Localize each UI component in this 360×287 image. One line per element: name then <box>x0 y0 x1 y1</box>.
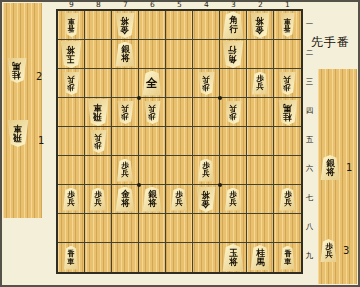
file-label-5: 5 <box>166 0 193 9</box>
square-11[interactable]: 香車 <box>274 11 301 40</box>
piece-kanji: 兵 <box>202 75 210 83</box>
gote-hand-item: 桂馬2 <box>7 58 44 83</box>
piece-sente-歩兵[interactable]: 歩兵 <box>90 188 107 211</box>
piece-kanji: 兵 <box>175 199 183 207</box>
square-43[interactable]: 歩兵 <box>193 69 220 98</box>
file-label-7: 7 <box>112 0 139 9</box>
square-57[interactable]: 歩兵 <box>166 185 193 214</box>
piece-sente-全[interactable]: 全 <box>142 71 162 96</box>
piece-kanji: 全 <box>146 77 157 89</box>
piece-kanji: 馬 <box>283 103 292 112</box>
rank-label-5: 五 <box>303 125 316 154</box>
star-point-2 <box>218 96 222 100</box>
square-86[interactable] <box>85 156 112 185</box>
square-61[interactable] <box>139 11 166 40</box>
piece-kanji: 馬 <box>256 258 265 267</box>
square-22[interactable] <box>247 40 274 69</box>
piece-sente-歩兵[interactable]: 歩兵 <box>117 159 134 182</box>
piece-kanji: 将 <box>148 199 157 208</box>
piece-kanji: 香 <box>67 25 74 33</box>
piece-gote-桂馬[interactable]: 桂馬 <box>7 58 27 83</box>
piece-gote-歩兵[interactable]: 歩兵 <box>90 130 107 153</box>
square-83[interactable] <box>85 69 112 98</box>
square-25[interactable] <box>247 127 274 156</box>
square-68[interactable] <box>139 214 166 243</box>
piece-kanji: 兵 <box>94 199 102 207</box>
square-28[interactable] <box>247 214 274 243</box>
square-87[interactable]: 歩兵 <box>85 185 112 214</box>
piece-kanji: 車 <box>67 258 74 266</box>
piece-kanji: 飛 <box>14 134 23 143</box>
square-27[interactable] <box>247 185 274 214</box>
piece-gote-飛車[interactable]: 飛車 <box>87 99 109 126</box>
piece-gote-歩兵[interactable]: 歩兵 <box>117 101 134 124</box>
square-84[interactable]: 飛車 <box>85 98 112 127</box>
square-72[interactable]: 銀将 <box>112 40 139 69</box>
square-96[interactable] <box>58 156 85 185</box>
square-53[interactable] <box>166 69 193 98</box>
piece-sente-銀将[interactable]: 銀将 <box>115 42 135 67</box>
square-15[interactable] <box>274 127 301 156</box>
piece-sente-桂馬[interactable]: 桂馬 <box>250 245 270 270</box>
square-99[interactable]: 香車 <box>58 243 85 272</box>
rank-label-7: 七 <box>303 183 316 212</box>
piece-gote-金将[interactable]: 金将 <box>250 13 270 38</box>
piece-sente-歩兵[interactable]: 歩兵 <box>252 72 269 95</box>
square-65[interactable] <box>139 127 166 156</box>
square-17[interactable]: 歩兵 <box>274 185 301 214</box>
piece-kanji: 兵 <box>67 75 75 83</box>
file-label-9: 9 <box>58 0 85 9</box>
square-47[interactable]: 金将 <box>193 185 220 214</box>
square-75[interactable] <box>112 127 139 156</box>
square-26[interactable] <box>247 156 274 185</box>
piece-kanji: 兵 <box>121 170 129 178</box>
square-36[interactable] <box>220 156 247 185</box>
piece-gote-金将[interactable]: 金将 <box>196 187 216 212</box>
piece-kanji: 車 <box>14 125 23 134</box>
piece-sente-歩兵[interactable]: 歩兵 <box>171 188 188 211</box>
piece-sente-銀将[interactable]: 銀将 <box>142 187 162 212</box>
square-81[interactable] <box>85 11 112 40</box>
rank-label-9: 九 <box>303 241 316 270</box>
piece-kanji: 車 <box>94 103 103 112</box>
piece-kanji: 兵 <box>121 104 129 112</box>
piece-sente-香車[interactable]: 香車 <box>280 246 295 270</box>
square-64[interactable]: 歩兵 <box>139 98 166 127</box>
piece-kanji: 兵 <box>284 199 292 207</box>
piece-gote-桂馬[interactable]: 桂馬 <box>278 100 298 125</box>
square-67[interactable]: 銀将 <box>139 185 166 214</box>
piece-sente-香車[interactable]: 香車 <box>64 246 79 270</box>
square-62[interactable] <box>139 40 166 69</box>
star-point-4 <box>218 183 222 187</box>
piece-gote-歩兵[interactable]: 歩兵 <box>198 72 215 95</box>
square-41[interactable] <box>193 11 220 40</box>
square-93[interactable]: 歩兵 <box>58 69 85 98</box>
square-23[interactable]: 歩兵 <box>247 69 274 98</box>
piece-gote-角行[interactable]: 角行 <box>222 41 244 68</box>
piece-kanji: 兵 <box>202 170 210 178</box>
square-42[interactable] <box>193 40 220 69</box>
square-59[interactable] <box>166 243 193 272</box>
file-labels: 987654321 <box>58 0 301 9</box>
square-58[interactable] <box>166 214 193 243</box>
square-74[interactable]: 歩兵 <box>112 98 139 127</box>
shogi-app-window: 987654321 一二三四五六七八九 香車金将角行金将香車玉将銀将角行歩兵全歩… <box>0 0 360 287</box>
piece-kanji: 将 <box>121 54 130 63</box>
square-98[interactable] <box>58 214 85 243</box>
piece-gote-歩兵[interactable]: 歩兵 <box>279 72 296 95</box>
square-49[interactable] <box>193 243 220 272</box>
square-44[interactable] <box>193 98 220 127</box>
gote-hand-pieces: 桂馬2飛車1 <box>7 58 44 147</box>
piece-gote-金将[interactable]: 金将 <box>115 13 135 38</box>
square-45[interactable] <box>193 127 220 156</box>
sente-hand-count: 1 <box>346 162 352 174</box>
square-54[interactable] <box>166 98 193 127</box>
square-91[interactable]: 香車 <box>58 11 85 40</box>
square-66[interactable] <box>139 156 166 185</box>
file-label-6: 6 <box>139 0 166 9</box>
file-label-2: 2 <box>247 0 274 9</box>
square-31[interactable]: 角行 <box>220 11 247 40</box>
piece-gote-飛車[interactable]: 飛車 <box>7 120 29 147</box>
sente-hand-item: 銀将1 <box>320 155 352 180</box>
piece-gote-香車[interactable]: 香車 <box>64 13 79 37</box>
file-label-4: 4 <box>193 0 220 9</box>
piece-kanji: 将 <box>202 190 211 199</box>
square-88[interactable] <box>85 214 112 243</box>
square-71[interactable]: 金将 <box>112 11 139 40</box>
square-16[interactable] <box>274 156 301 185</box>
square-82[interactable] <box>85 40 112 69</box>
piece-kanji: 兵 <box>94 133 102 141</box>
piece-kanji: 兵 <box>229 104 237 112</box>
square-38[interactable] <box>220 214 247 243</box>
shogi-board: 香車金将角行金将香車玉将銀将角行歩兵全歩兵歩兵歩兵飛車歩兵歩兵歩兵桂馬歩兵歩兵歩… <box>56 9 303 274</box>
square-73[interactable] <box>112 69 139 98</box>
square-69[interactable] <box>139 243 166 272</box>
file-label-1: 1 <box>274 0 301 9</box>
piece-kanji: 行 <box>229 25 238 34</box>
gote-hand-count: 2 <box>36 71 42 83</box>
square-55[interactable] <box>166 127 193 156</box>
square-32[interactable]: 角行 <box>220 40 247 69</box>
piece-kanji: 兵 <box>325 251 333 259</box>
square-46[interactable]: 歩兵 <box>193 156 220 185</box>
piece-kanji: 将 <box>121 16 130 25</box>
piece-gote-玉将[interactable]: 玉将 <box>60 41 82 68</box>
piece-kanji: 兵 <box>256 83 264 91</box>
piece-kanji: 将 <box>121 199 130 208</box>
piece-gote-歩兵[interactable]: 歩兵 <box>63 72 80 95</box>
piece-kanji: 車 <box>284 18 291 26</box>
piece-kanji: 兵 <box>229 199 237 207</box>
turn-indicator: 先手番 <box>311 34 350 51</box>
star-point-3 <box>137 183 141 187</box>
square-97[interactable]: 歩兵 <box>58 185 85 214</box>
square-94[interactable] <box>58 98 85 127</box>
square-19[interactable]: 香車 <box>274 243 301 272</box>
piece-kanji: 馬 <box>13 62 22 71</box>
board-grid: 香車金将角行金将香車玉将銀将角行歩兵全歩兵歩兵歩兵飛車歩兵歩兵歩兵桂馬歩兵歩兵歩… <box>58 11 301 272</box>
piece-kanji: 将 <box>229 258 238 267</box>
square-63[interactable]: 全 <box>139 69 166 98</box>
square-51[interactable] <box>166 11 193 40</box>
piece-sente-歩兵[interactable]: 歩兵 <box>198 159 215 182</box>
square-85[interactable]: 歩兵 <box>85 127 112 156</box>
sente-hand-item: 歩兵3 <box>320 239 352 262</box>
piece-sente-歩兵[interactable]: 歩兵 <box>320 239 337 262</box>
piece-kanji: 香 <box>284 25 291 33</box>
square-24[interactable] <box>247 98 274 127</box>
piece-kanji: 将 <box>326 168 335 177</box>
file-label-3: 3 <box>220 0 247 9</box>
piece-sente-金将[interactable]: 金将 <box>115 187 135 212</box>
rank-label-8: 八 <box>303 212 316 241</box>
square-56[interactable] <box>166 156 193 185</box>
sente-hand-pieces: 銀将1歩兵3 <box>320 155 352 262</box>
piece-kanji: 将 <box>256 16 265 25</box>
piece-sente-歩兵[interactable]: 歩兵 <box>279 188 296 211</box>
star-point-1 <box>137 96 141 100</box>
sente-hand-count: 3 <box>343 245 349 257</box>
gote-hand-item: 飛車1 <box>7 120 44 147</box>
square-13[interactable]: 歩兵 <box>274 69 301 98</box>
piece-kanji: 兵 <box>284 75 292 83</box>
square-29[interactable]: 桂馬 <box>247 243 274 272</box>
piece-kanji: 将 <box>67 45 76 54</box>
piece-sente-玉将[interactable]: 玉将 <box>222 244 244 271</box>
square-77[interactable]: 金将 <box>112 185 139 214</box>
square-89[interactable] <box>85 243 112 272</box>
square-37[interactable]: 歩兵 <box>220 185 247 214</box>
piece-sente-歩兵[interactable]: 歩兵 <box>225 188 242 211</box>
square-34[interactable]: 歩兵 <box>220 98 247 127</box>
square-18[interactable] <box>274 214 301 243</box>
piece-sente-角行[interactable]: 角行 <box>222 12 244 39</box>
gote-hand-count: 1 <box>38 135 44 147</box>
square-52[interactable] <box>166 40 193 69</box>
piece-sente-銀将[interactable]: 銀将 <box>320 155 340 180</box>
square-14[interactable]: 桂馬 <box>274 98 301 127</box>
piece-gote-歩兵[interactable]: 歩兵 <box>144 101 161 124</box>
file-label-8: 8 <box>85 0 112 9</box>
square-21[interactable]: 金将 <box>247 11 274 40</box>
square-92[interactable]: 玉将 <box>58 40 85 69</box>
square-79[interactable] <box>112 243 139 272</box>
piece-sente-歩兵[interactable]: 歩兵 <box>63 188 80 211</box>
piece-kanji: 兵 <box>67 199 75 207</box>
square-48[interactable] <box>193 214 220 243</box>
square-78[interactable] <box>112 214 139 243</box>
piece-kanji: 車 <box>67 18 74 26</box>
piece-kanji: 兵 <box>148 104 156 112</box>
rank-label-4: 四 <box>303 96 316 125</box>
square-12[interactable] <box>274 40 301 69</box>
piece-kanji: 桂 <box>13 71 22 80</box>
piece-kanji: 車 <box>284 258 291 266</box>
rank-label-6: 六 <box>303 154 316 183</box>
square-39[interactable]: 玉将 <box>220 243 247 272</box>
piece-gote-香車[interactable]: 香車 <box>280 13 295 37</box>
piece-gote-歩兵[interactable]: 歩兵 <box>225 101 242 124</box>
piece-kanji: 行 <box>229 45 238 54</box>
square-33[interactable] <box>220 69 247 98</box>
square-35[interactable] <box>220 127 247 156</box>
square-95[interactable] <box>58 127 85 156</box>
square-76[interactable]: 歩兵 <box>112 156 139 185</box>
rank-label-3: 三 <box>303 67 316 96</box>
